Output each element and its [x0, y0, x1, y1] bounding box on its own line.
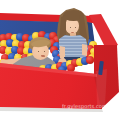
ball-red	[86, 56, 94, 64]
watermark-text: fr.gylesports.com	[62, 103, 116, 109]
ball-pit-product-photo: fr.gylesports.com	[0, 0, 120, 120]
